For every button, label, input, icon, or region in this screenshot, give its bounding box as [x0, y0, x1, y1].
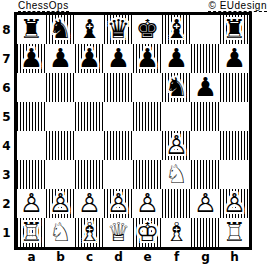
piece-black-bishop: ♝ — [78, 15, 101, 44]
square-e4[interactable] — [133, 131, 162, 160]
square-c1[interactable]: ♗ — [75, 218, 104, 247]
square-f8[interactable]: ♝ — [162, 15, 191, 44]
rank-label-1: 1 — [0, 218, 13, 247]
square-a6[interactable] — [17, 73, 46, 102]
square-h3[interactable] — [220, 160, 249, 189]
file-label-b: b — [46, 250, 75, 264]
square-e6[interactable] — [133, 73, 162, 102]
file-label-f: f — [162, 250, 191, 264]
square-e1[interactable]: ♔ — [133, 218, 162, 247]
square-c5[interactable] — [75, 102, 104, 131]
file-label-e: e — [133, 250, 162, 264]
rank-label-4: 4 — [0, 131, 13, 160]
square-h6[interactable] — [220, 73, 249, 102]
piece-white-pawn: ♙ — [78, 189, 101, 218]
file-label-h: h — [220, 250, 249, 264]
piece-black-pawn: ♟ — [78, 44, 101, 73]
piece-white-bishop: ♗ — [78, 218, 101, 247]
rank-label-6: 6 — [0, 73, 13, 102]
piece-white-king: ♔ — [136, 218, 159, 247]
square-h7[interactable]: ♟ — [220, 44, 249, 73]
piece-white-pawn: ♙ — [165, 131, 188, 160]
square-g4[interactable] — [191, 131, 220, 160]
square-a8[interactable]: ♜ — [17, 15, 46, 44]
square-f3[interactable]: ♘ — [162, 160, 191, 189]
file-labels: abcdefgh — [17, 250, 249, 264]
piece-black-queen: ♛ — [107, 15, 130, 44]
square-e2[interactable]: ♙ — [133, 189, 162, 218]
square-d5[interactable] — [104, 102, 133, 131]
square-h4[interactable] — [220, 131, 249, 160]
piece-black-king: ♚ — [136, 15, 159, 44]
piece-black-knight: ♞ — [49, 15, 72, 44]
square-e5[interactable] — [133, 102, 162, 131]
piece-white-bishop: ♗ — [165, 218, 188, 247]
piece-white-pawn: ♙ — [20, 189, 43, 218]
square-g6[interactable]: ♟ — [191, 73, 220, 102]
square-f5[interactable] — [162, 102, 191, 131]
file-label-g: g — [191, 250, 220, 264]
square-d6[interactable] — [104, 73, 133, 102]
piece-white-pawn: ♙ — [49, 189, 72, 218]
square-e7[interactable]: ♟ — [133, 44, 162, 73]
piece-black-pawn: ♟ — [107, 44, 130, 73]
square-e8[interactable]: ♚ — [133, 15, 162, 44]
chessops-title-link[interactable]: ChessOps — [18, 0, 69, 12]
piece-black-pawn: ♟ — [194, 73, 217, 102]
piece-black-bishop: ♝ — [165, 15, 188, 44]
square-c4[interactable] — [75, 131, 104, 160]
square-f7[interactable]: ♟ — [162, 44, 191, 73]
piece-white-pawn: ♙ — [136, 189, 159, 218]
square-a4[interactable] — [17, 131, 46, 160]
piece-black-pawn: ♟ — [20, 44, 43, 73]
square-d3[interactable] — [104, 160, 133, 189]
piece-white-pawn: ♙ — [223, 189, 246, 218]
square-g7[interactable] — [191, 44, 220, 73]
square-a7[interactable]: ♟ — [17, 44, 46, 73]
piece-white-knight: ♘ — [49, 218, 72, 247]
piece-white-queen: ♕ — [107, 218, 130, 247]
piece-black-rook: ♜ — [20, 15, 43, 44]
eudesign-credit-link[interactable]: © EUdesign — [208, 0, 267, 12]
square-d7[interactable]: ♟ — [104, 44, 133, 73]
square-f4[interactable]: ♙ — [162, 131, 191, 160]
square-c6[interactable] — [75, 73, 104, 102]
square-b2[interactable]: ♙ — [46, 189, 75, 218]
file-label-c: c — [75, 250, 104, 264]
square-d4[interactable] — [104, 131, 133, 160]
file-label-a: a — [17, 250, 46, 264]
square-b8[interactable]: ♞ — [46, 15, 75, 44]
square-f2[interactable] — [162, 189, 191, 218]
square-b4[interactable] — [46, 131, 75, 160]
square-h1[interactable]: ♖ — [220, 218, 249, 247]
diagram: ChessOps © EUdesign 87654321 ♜♞♝♛♚♝♜♟♟♟♟… — [0, 0, 270, 270]
square-b7[interactable]: ♟ — [46, 44, 75, 73]
rank-label-8: 8 — [0, 15, 13, 44]
rank-label-2: 2 — [0, 189, 13, 218]
square-e3[interactable] — [133, 160, 162, 189]
piece-white-knight: ♘ — [165, 160, 188, 189]
square-g1[interactable] — [191, 218, 220, 247]
piece-black-pawn: ♟ — [49, 44, 72, 73]
piece-white-pawn: ♙ — [194, 189, 217, 218]
piece-black-rook: ♜ — [223, 15, 246, 44]
piece-white-rook: ♖ — [223, 218, 246, 247]
square-d8[interactable]: ♛ — [104, 15, 133, 44]
file-label-d: d — [104, 250, 133, 264]
piece-white-rook: ♖ — [20, 218, 43, 247]
rank-label-5: 5 — [0, 102, 13, 131]
square-b3[interactable] — [46, 160, 75, 189]
square-f1[interactable]: ♗ — [162, 218, 191, 247]
square-f6[interactable]: ♞ — [162, 73, 191, 102]
square-d2[interactable]: ♙ — [104, 189, 133, 218]
piece-black-pawn: ♟ — [136, 44, 159, 73]
piece-black-pawn: ♟ — [223, 44, 246, 73]
square-h2[interactable]: ♙ — [220, 189, 249, 218]
square-g3[interactable] — [191, 160, 220, 189]
square-g2[interactable]: ♙ — [191, 189, 220, 218]
square-g5[interactable] — [191, 102, 220, 131]
square-a1[interactable]: ♖ — [17, 218, 46, 247]
square-c3[interactable] — [75, 160, 104, 189]
rank-labels: 87654321 — [0, 15, 13, 247]
piece-black-pawn: ♟ — [165, 44, 188, 73]
square-b6[interactable] — [46, 73, 75, 102]
chess-board: ♜♞♝♛♚♝♜♟♟♟♟♟♟♟♞♟♙♘♙♙♙♙♙♙♙♖♘♗♕♔♗♖ — [14, 12, 252, 250]
square-a3[interactable] — [17, 160, 46, 189]
square-h5[interactable] — [220, 102, 249, 131]
square-c8[interactable]: ♝ — [75, 15, 104, 44]
rank-label-3: 3 — [0, 160, 13, 189]
square-a2[interactable]: ♙ — [17, 189, 46, 218]
rank-label-7: 7 — [0, 44, 13, 73]
square-c2[interactable]: ♙ — [75, 189, 104, 218]
square-b1[interactable]: ♘ — [46, 218, 75, 247]
piece-black-knight: ♞ — [165, 73, 188, 102]
square-c7[interactable]: ♟ — [75, 44, 104, 73]
piece-white-pawn: ♙ — [107, 189, 130, 218]
square-a5[interactable] — [17, 102, 46, 131]
square-d1[interactable]: ♕ — [104, 218, 133, 247]
square-g8[interactable] — [191, 15, 220, 44]
square-b5[interactable] — [46, 102, 75, 131]
square-h8[interactable]: ♜ — [220, 15, 249, 44]
